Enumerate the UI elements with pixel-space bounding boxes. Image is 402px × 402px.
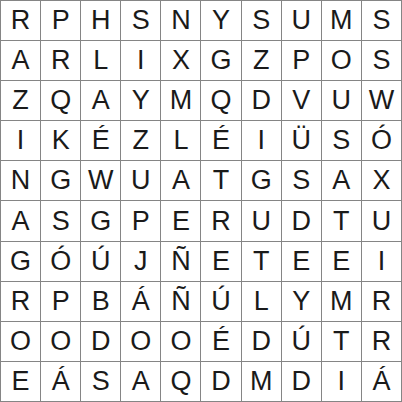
grid-cell[interactable]: D <box>201 362 240 401</box>
grid-cell[interactable]: M <box>242 362 281 401</box>
grid-cell[interactable]: Ü <box>282 121 321 160</box>
grid-cell[interactable]: I <box>322 362 361 401</box>
grid-cell[interactable]: Á <box>362 362 401 401</box>
grid-cell[interactable]: T <box>322 201 361 240</box>
grid-cell[interactable]: S <box>81 362 120 401</box>
grid-cell[interactable]: P <box>282 41 321 80</box>
grid-cell[interactable]: E <box>322 242 361 281</box>
grid-cell[interactable]: T <box>322 322 361 361</box>
grid-cell[interactable]: Á <box>121 282 160 321</box>
grid-cell[interactable]: S <box>322 121 361 160</box>
grid-cell[interactable]: G <box>81 201 120 240</box>
grid-cell[interactable]: M <box>161 81 200 120</box>
grid-cell[interactable]: A <box>1 201 40 240</box>
grid-cell[interactable]: Z <box>242 41 281 80</box>
grid-cell[interactable]: T <box>201 161 240 200</box>
grid-cell[interactable]: Y <box>121 81 160 120</box>
grid-cell[interactable]: E <box>201 242 240 281</box>
grid-cell[interactable]: H <box>81 1 120 40</box>
grid-cell[interactable]: Ú <box>81 242 120 281</box>
grid-cell[interactable]: U <box>322 81 361 120</box>
grid-cell[interactable]: S <box>362 41 401 80</box>
grid-cell[interactable]: L <box>81 41 120 80</box>
grid-cell[interactable]: U <box>242 201 281 240</box>
grid-cell[interactable]: P <box>41 1 80 40</box>
grid-cell[interactable]: R <box>201 201 240 240</box>
grid-cell[interactable]: X <box>362 161 401 200</box>
grid-cell[interactable]: I <box>242 121 281 160</box>
grid-cell[interactable]: R <box>1 282 40 321</box>
grid-cell[interactable]: D <box>282 201 321 240</box>
grid-cell[interactable]: W <box>362 81 401 120</box>
grid-cell[interactable]: M <box>322 282 361 321</box>
grid-cell[interactable]: P <box>121 201 160 240</box>
grid-cell[interactable]: Ñ <box>161 282 200 321</box>
grid-cell[interactable]: I <box>121 41 160 80</box>
grid-cell[interactable]: S <box>362 1 401 40</box>
grid-cell[interactable]: P <box>41 282 80 321</box>
grid-cell[interactable]: E <box>1 362 40 401</box>
grid-cell[interactable]: A <box>1 41 40 80</box>
grid-cell[interactable]: I <box>1 121 40 160</box>
grid-cell[interactable]: Y <box>282 282 321 321</box>
grid-cell[interactable]: D <box>242 81 281 120</box>
grid-cell[interactable]: L <box>161 121 200 160</box>
grid-cell[interactable]: X <box>161 41 200 80</box>
grid-cell[interactable]: A <box>161 161 200 200</box>
grid-cell[interactable]: Q <box>161 362 200 401</box>
grid-cell[interactable]: É <box>201 121 240 160</box>
grid-cell[interactable]: W <box>81 161 120 200</box>
grid-cell[interactable]: O <box>121 322 160 361</box>
grid-cell[interactable]: Y <box>201 1 240 40</box>
grid-cell[interactable]: I <box>362 242 401 281</box>
word-search-board: RPHSNYSUMSARLIXGZPOSZQAYMQDVUWIKÉZLÉIÜSÓ… <box>0 0 402 402</box>
grid-cell[interactable]: Q <box>41 81 80 120</box>
grid-cell[interactable]: O <box>161 322 200 361</box>
grid-cell[interactable]: U <box>282 1 321 40</box>
grid-cell[interactable]: T <box>242 242 281 281</box>
grid-cell[interactable]: O <box>1 322 40 361</box>
grid-cell[interactable]: Z <box>1 81 40 120</box>
grid-cell[interactable]: R <box>1 1 40 40</box>
grid-cell[interactable]: R <box>41 41 80 80</box>
grid-cell[interactable]: B <box>81 282 120 321</box>
grid-cell[interactable]: D <box>282 362 321 401</box>
grid-cell[interactable]: S <box>282 161 321 200</box>
word-search-grid: RPHSNYSUMSARLIXGZPOSZQAYMQDVUWIKÉZLÉIÜSÓ… <box>0 0 402 402</box>
grid-cell[interactable]: V <box>282 81 321 120</box>
grid-cell[interactable]: N <box>1 161 40 200</box>
grid-cell[interactable]: M <box>322 1 361 40</box>
grid-cell[interactable]: G <box>242 161 281 200</box>
grid-cell[interactable]: O <box>41 322 80 361</box>
grid-cell[interactable]: Ó <box>362 121 401 160</box>
grid-cell[interactable]: K <box>41 121 80 160</box>
grid-cell[interactable]: E <box>282 242 321 281</box>
grid-cell[interactable]: U <box>121 161 160 200</box>
grid-cell[interactable]: Z <box>121 121 160 160</box>
grid-cell[interactable]: U <box>362 201 401 240</box>
grid-cell[interactable]: É <box>201 322 240 361</box>
grid-cell[interactable]: S <box>242 1 281 40</box>
grid-cell[interactable]: D <box>242 322 281 361</box>
grid-cell[interactable]: O <box>322 41 361 80</box>
grid-cell[interactable]: G <box>41 161 80 200</box>
grid-cell[interactable]: A <box>121 362 160 401</box>
grid-cell[interactable]: Q <box>201 81 240 120</box>
grid-cell[interactable]: Ú <box>282 322 321 361</box>
grid-cell[interactable]: Ó <box>41 242 80 281</box>
grid-cell[interactable]: A <box>81 81 120 120</box>
grid-cell[interactable]: D <box>81 322 120 361</box>
grid-cell[interactable]: G <box>1 242 40 281</box>
grid-cell[interactable]: É <box>81 121 120 160</box>
grid-cell[interactable]: R <box>362 322 401 361</box>
grid-cell[interactable]: Ñ <box>161 242 200 281</box>
grid-cell[interactable]: Ú <box>201 282 240 321</box>
grid-cell[interactable]: G <box>201 41 240 80</box>
grid-cell[interactable]: S <box>41 201 80 240</box>
grid-cell[interactable]: Á <box>41 362 80 401</box>
grid-cell[interactable]: L <box>242 282 281 321</box>
grid-cell[interactable]: E <box>161 201 200 240</box>
grid-cell[interactable]: R <box>362 282 401 321</box>
grid-cell[interactable]: J <box>121 242 160 281</box>
grid-cell[interactable]: S <box>121 1 160 40</box>
grid-cell[interactable]: A <box>322 161 361 200</box>
grid-cell[interactable]: N <box>161 1 200 40</box>
